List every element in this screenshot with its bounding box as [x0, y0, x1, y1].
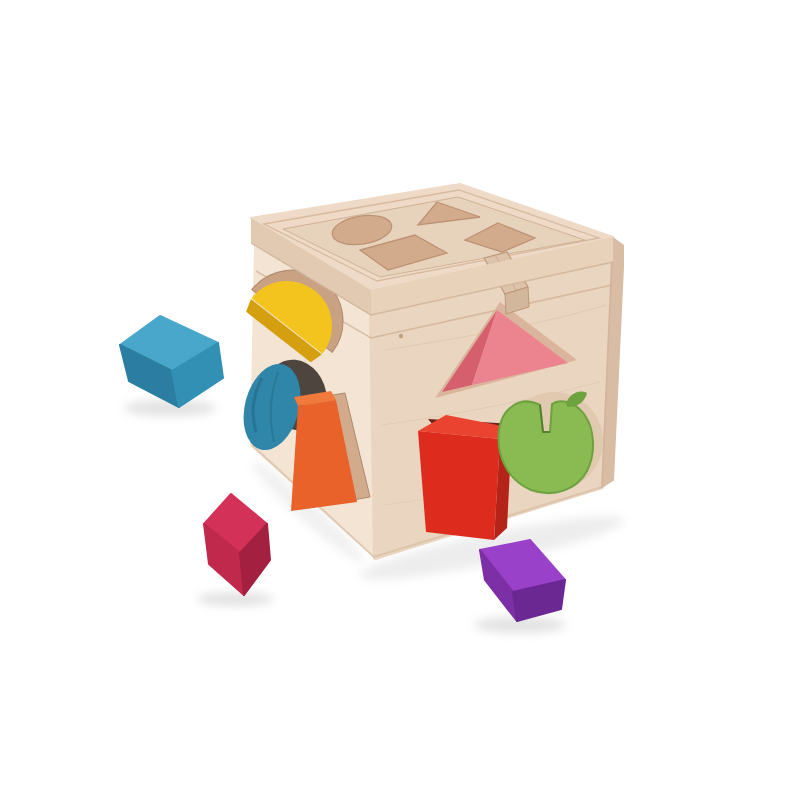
crimson-cube-shadow: [197, 592, 273, 606]
lid-skirt-right: [613, 237, 624, 267]
crimson-cube-block: [204, 494, 270, 595]
product-photo: [0, 0, 800, 800]
purple-block: [480, 540, 565, 621]
shape-sorter-scene: [0, 0, 800, 800]
wood-knot: [399, 334, 403, 338]
blue-cube-block: [120, 316, 223, 407]
red-block-front: [418, 431, 500, 540]
